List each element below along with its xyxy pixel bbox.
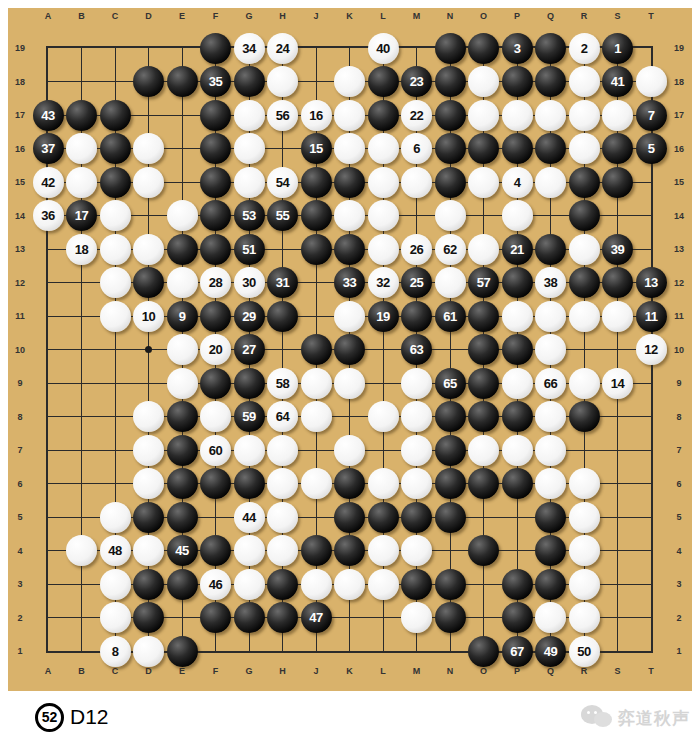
- stone-G14: 53: [234, 200, 265, 231]
- stone-H18: [267, 66, 298, 97]
- stone-M17: 22: [401, 100, 432, 131]
- stone-J9: [301, 368, 332, 399]
- stone-E3: [167, 569, 198, 600]
- stone-P7: [502, 435, 533, 466]
- stone-D13: [133, 234, 164, 265]
- column-label-bottom: M: [406, 666, 428, 676]
- stone-D1: [133, 636, 164, 667]
- hoshi-dot: [145, 346, 152, 353]
- stone-R18: [569, 66, 600, 97]
- stone-Q10: [535, 334, 566, 365]
- column-label-top: O: [473, 11, 495, 21]
- stone-H17: 56: [267, 100, 298, 131]
- stone-H5: [267, 502, 298, 533]
- stone-D7: [133, 435, 164, 466]
- stone-R5: [569, 502, 600, 533]
- stone-F9: [200, 368, 231, 399]
- stone-J6: [301, 468, 332, 499]
- row-label-right: 5: [671, 512, 687, 522]
- stone-M3: [401, 569, 432, 600]
- row-label-left: 12: [12, 278, 28, 288]
- stone-L16: [368, 133, 399, 164]
- stone-C12: [100, 267, 131, 298]
- caption-move-number: 52: [42, 709, 58, 725]
- row-label-right: 7: [671, 445, 687, 455]
- stone-G18: [234, 66, 265, 97]
- stone-P3: [502, 569, 533, 600]
- column-label-top: B: [71, 11, 93, 21]
- stone-F3: 46: [200, 569, 231, 600]
- stone-G11: 29: [234, 301, 265, 332]
- stone-D2: [133, 602, 164, 633]
- stone-O6: [468, 468, 499, 499]
- stone-M10: 63: [401, 334, 432, 365]
- row-label-left: 16: [12, 144, 28, 154]
- stone-E10: [167, 334, 198, 365]
- stone-E11: 9: [167, 301, 198, 332]
- stone-N6: [435, 468, 466, 499]
- column-label-bottom: P: [506, 666, 528, 676]
- stone-N7: [435, 435, 466, 466]
- stone-L19: 40: [368, 33, 399, 64]
- column-label-bottom: C: [104, 666, 126, 676]
- stone-C14: [100, 200, 131, 231]
- row-label-right: 16: [671, 144, 687, 154]
- stone-O18: [468, 66, 499, 97]
- stone-P17: [502, 100, 533, 131]
- stone-O11: [468, 301, 499, 332]
- stone-K7: [334, 435, 365, 466]
- stone-E12: [167, 267, 198, 298]
- row-label-left: 10: [12, 345, 28, 355]
- stone-M7: [401, 435, 432, 466]
- stone-J15: [301, 167, 332, 198]
- stone-Q18: [535, 66, 566, 97]
- stone-T16: 5: [636, 133, 667, 164]
- stone-M2: [401, 602, 432, 633]
- stone-D12: [133, 267, 164, 298]
- stone-S15: [602, 167, 633, 198]
- stone-L13: [368, 234, 399, 265]
- stone-T10: 12: [636, 334, 667, 365]
- stone-N12: [435, 267, 466, 298]
- stone-H14: 55: [267, 200, 298, 231]
- column-label-top: A: [37, 11, 59, 21]
- stone-F10: 20: [200, 334, 231, 365]
- stone-F4: [200, 535, 231, 566]
- stone-Q12: 38: [535, 267, 566, 298]
- stone-R19: 2: [569, 33, 600, 64]
- row-label-left: 4: [12, 546, 28, 556]
- stone-H2: [267, 602, 298, 633]
- stone-S12: [602, 267, 633, 298]
- stone-A16: 37: [33, 133, 64, 164]
- stone-G16: [234, 133, 265, 164]
- stone-R4: [569, 535, 600, 566]
- row-label-right: 11: [671, 311, 687, 321]
- stone-Q4: [535, 535, 566, 566]
- stone-P12: [502, 267, 533, 298]
- stone-L6: [368, 468, 399, 499]
- stone-H12: 31: [267, 267, 298, 298]
- stone-P14: [502, 200, 533, 231]
- stone-L11: 19: [368, 301, 399, 332]
- stone-G6: [234, 468, 265, 499]
- stone-S13: 39: [602, 234, 633, 265]
- column-label-bottom: D: [138, 666, 160, 676]
- stone-J8: [301, 401, 332, 432]
- row-label-left: 5: [12, 512, 28, 522]
- stone-H3: [267, 569, 298, 600]
- stone-P11: [502, 301, 533, 332]
- stone-G4: [234, 535, 265, 566]
- stone-R17: [569, 100, 600, 131]
- stone-P13: 21: [502, 234, 533, 265]
- column-label-bottom: O: [473, 666, 495, 676]
- row-label-right: 13: [671, 244, 687, 254]
- column-label-bottom: F: [205, 666, 227, 676]
- stone-D15: [133, 167, 164, 198]
- row-label-right: 9: [671, 378, 687, 388]
- column-label-bottom: B: [71, 666, 93, 676]
- stone-P10: [502, 334, 533, 365]
- stone-K6: [334, 468, 365, 499]
- row-label-left: 15: [12, 177, 28, 187]
- stone-Q3: [535, 569, 566, 600]
- stone-L3: [368, 569, 399, 600]
- stone-F14: [200, 200, 231, 231]
- column-label-bottom: Q: [540, 666, 562, 676]
- stone-Q1: 49: [535, 636, 566, 667]
- stone-N18: [435, 66, 466, 97]
- stone-S18: 41: [602, 66, 633, 97]
- stone-O13: [468, 234, 499, 265]
- stone-M15: [401, 167, 432, 198]
- stone-M13: 26: [401, 234, 432, 265]
- stone-N13: 62: [435, 234, 466, 265]
- stone-N3: [435, 569, 466, 600]
- stone-R16: [569, 133, 600, 164]
- stone-J4: [301, 535, 332, 566]
- stone-O9: [468, 368, 499, 399]
- stone-Q8: [535, 401, 566, 432]
- stone-C13: [100, 234, 131, 265]
- stone-J2: 47: [301, 602, 332, 633]
- stone-Q17: [535, 100, 566, 131]
- stone-O10: [468, 334, 499, 365]
- stone-C17: [100, 100, 131, 131]
- stone-M4: [401, 535, 432, 566]
- row-label-left: 3: [12, 579, 28, 589]
- row-label-right: 18: [671, 77, 687, 87]
- column-label-bottom: R: [573, 666, 595, 676]
- stone-T12: 13: [636, 267, 667, 298]
- stone-P16: [502, 133, 533, 164]
- row-label-right: 17: [671, 110, 687, 120]
- row-label-right: 10: [671, 345, 687, 355]
- stone-Q13: [535, 234, 566, 265]
- stone-D18: [133, 66, 164, 97]
- stone-K11: [334, 301, 365, 332]
- stone-H15: 54: [267, 167, 298, 198]
- stone-G15: [234, 167, 265, 198]
- stone-G13: 51: [234, 234, 265, 265]
- stone-B13: 18: [66, 234, 97, 265]
- stone-K10: [334, 334, 365, 365]
- stone-S16: [602, 133, 633, 164]
- column-label-top: L: [372, 11, 394, 21]
- stone-G8: 59: [234, 401, 265, 432]
- wechat-icon: [581, 703, 615, 733]
- stone-M5: [401, 502, 432, 533]
- row-label-left: 6: [12, 479, 28, 489]
- stone-R3: [569, 569, 600, 600]
- stone-R11: [569, 301, 600, 332]
- stone-C15: [100, 167, 131, 198]
- stone-K9: [334, 368, 365, 399]
- stone-G5: 44: [234, 502, 265, 533]
- stone-G9: [234, 368, 265, 399]
- stone-J13: [301, 234, 332, 265]
- stone-G10: 27: [234, 334, 265, 365]
- column-label-bottom: N: [439, 666, 461, 676]
- stone-R9: [569, 368, 600, 399]
- stone-D11: 10: [133, 301, 164, 332]
- row-label-left: 19: [12, 43, 28, 53]
- column-label-top: M: [406, 11, 428, 21]
- row-label-right: 6: [671, 479, 687, 489]
- stone-G3: [234, 569, 265, 600]
- stone-O15: [468, 167, 499, 198]
- stone-M12: 25: [401, 267, 432, 298]
- stone-F6: [200, 468, 231, 499]
- stone-J14: [301, 200, 332, 231]
- row-label-right: 19: [671, 43, 687, 53]
- stone-S19: 1: [602, 33, 633, 64]
- stone-F12: 28: [200, 267, 231, 298]
- stone-Q9: 66: [535, 368, 566, 399]
- stone-K5: [334, 502, 365, 533]
- row-label-right: 14: [671, 211, 687, 221]
- stone-D8: [133, 401, 164, 432]
- stone-K13: [334, 234, 365, 265]
- column-label-bottom: J: [305, 666, 327, 676]
- column-label-top: G: [238, 11, 260, 21]
- row-label-right: 3: [671, 579, 687, 589]
- stone-K12: 33: [334, 267, 365, 298]
- stone-Q16: [535, 133, 566, 164]
- stone-O4: [468, 535, 499, 566]
- stone-R12: [569, 267, 600, 298]
- stone-O1: [468, 636, 499, 667]
- row-label-right: 12: [671, 278, 687, 288]
- column-label-bottom: K: [339, 666, 361, 676]
- stone-F19: [200, 33, 231, 64]
- stone-P8: [502, 401, 533, 432]
- stone-O16: [468, 133, 499, 164]
- stone-K3: [334, 569, 365, 600]
- stone-N19: [435, 33, 466, 64]
- stone-K16: [334, 133, 365, 164]
- stone-N8: [435, 401, 466, 432]
- stone-M6: [401, 468, 432, 499]
- stone-D16: [133, 133, 164, 164]
- stone-C5: [100, 502, 131, 533]
- column-label-top: T: [640, 11, 662, 21]
- column-label-top: J: [305, 11, 327, 21]
- stone-M11: [401, 301, 432, 332]
- stone-L5: [368, 502, 399, 533]
- stone-F17: [200, 100, 231, 131]
- stone-A15: 42: [33, 167, 64, 198]
- stone-R2: [569, 602, 600, 633]
- stone-O19: [468, 33, 499, 64]
- stone-P6: [502, 468, 533, 499]
- stone-D6: [133, 468, 164, 499]
- stone-R1: 50: [569, 636, 600, 667]
- stone-P2: [502, 602, 533, 633]
- stone-L14: [368, 200, 399, 231]
- stone-Q7: [535, 435, 566, 466]
- stone-A14: 36: [33, 200, 64, 231]
- stone-K17: [334, 100, 365, 131]
- column-label-top: E: [171, 11, 193, 21]
- column-label-top: C: [104, 11, 126, 21]
- stone-M9: [401, 368, 432, 399]
- move-caption: 52 D12: [35, 701, 109, 733]
- stone-C3: [100, 569, 131, 600]
- stone-O8: [468, 401, 499, 432]
- row-label-left: 2: [12, 613, 28, 623]
- column-label-top: S: [607, 11, 629, 21]
- row-label-left: 8: [12, 412, 28, 422]
- stone-P19: 3: [502, 33, 533, 64]
- stone-P9: [502, 368, 533, 399]
- stone-M16: 6: [401, 133, 432, 164]
- stone-C16: [100, 133, 131, 164]
- stone-R13: [569, 234, 600, 265]
- stone-N15: [435, 167, 466, 198]
- stone-B15: [66, 167, 97, 198]
- stone-H19: 24: [267, 33, 298, 64]
- stone-N11: 61: [435, 301, 466, 332]
- stone-Q11: [535, 301, 566, 332]
- stone-J10: [301, 334, 332, 365]
- stone-Q19: [535, 33, 566, 64]
- stone-Q6: [535, 468, 566, 499]
- stone-N5: [435, 502, 466, 533]
- row-label-left: 7: [12, 445, 28, 455]
- stone-E9: [167, 368, 198, 399]
- stone-S9: 14: [602, 368, 633, 399]
- stone-G7: [234, 435, 265, 466]
- stone-C1: 8: [100, 636, 131, 667]
- column-label-bottom: T: [640, 666, 662, 676]
- column-label-top: N: [439, 11, 461, 21]
- stone-A17: 43: [33, 100, 64, 131]
- stone-E5: [167, 502, 198, 533]
- stone-K14: [334, 200, 365, 231]
- stone-R15: [569, 167, 600, 198]
- column-label-bottom: L: [372, 666, 394, 676]
- row-label-left: 13: [12, 244, 28, 254]
- stone-T18: [636, 66, 667, 97]
- stone-B17: [66, 100, 97, 131]
- stone-C4: 48: [100, 535, 131, 566]
- column-label-bottom: G: [238, 666, 260, 676]
- stone-L12: 32: [368, 267, 399, 298]
- stone-B14: 17: [66, 200, 97, 231]
- stone-E7: [167, 435, 198, 466]
- stone-K18: [334, 66, 365, 97]
- stone-E14: [167, 200, 198, 231]
- stone-G17: [234, 100, 265, 131]
- stone-F8: [200, 401, 231, 432]
- stone-F11: [200, 301, 231, 332]
- column-label-top: R: [573, 11, 595, 21]
- stone-L8: [368, 401, 399, 432]
- stone-O12: 57: [468, 267, 499, 298]
- stone-C11: [100, 301, 131, 332]
- stone-D5: [133, 502, 164, 533]
- stone-H8: 64: [267, 401, 298, 432]
- stone-M8: [401, 401, 432, 432]
- stone-S17: [602, 100, 633, 131]
- stone-F13: [200, 234, 231, 265]
- stone-F7: 60: [200, 435, 231, 466]
- stone-H11: [267, 301, 298, 332]
- stone-Q2: [535, 602, 566, 633]
- caption-coordinate: D12: [70, 705, 109, 729]
- stone-O17: [468, 100, 499, 131]
- stone-F18: 35: [200, 66, 231, 97]
- stone-F16: [200, 133, 231, 164]
- stone-C2: [100, 602, 131, 633]
- stone-L15: [368, 167, 399, 198]
- stone-P15: 4: [502, 167, 533, 198]
- stone-R8: [569, 401, 600, 432]
- stone-B4: [66, 535, 97, 566]
- stone-D4: [133, 535, 164, 566]
- column-label-top: D: [138, 11, 160, 21]
- stone-P18: [502, 66, 533, 97]
- stone-N16: [435, 133, 466, 164]
- stone-S11: [602, 301, 633, 332]
- row-label-left: 9: [12, 378, 28, 388]
- row-label-left: 18: [12, 77, 28, 87]
- stone-T11: 11: [636, 301, 667, 332]
- stone-M18: 23: [401, 66, 432, 97]
- stone-K15: [334, 167, 365, 198]
- stone-O7: [468, 435, 499, 466]
- go-board: AABBCCDDEEFFGGHHJJKKLLMMNNOOPPQQRRSSTT19…: [8, 8, 692, 691]
- column-label-bottom: H: [272, 666, 294, 676]
- row-label-left: 1: [12, 646, 28, 656]
- stone-B16: [66, 133, 97, 164]
- stone-G19: 34: [234, 33, 265, 64]
- column-label-top: K: [339, 11, 361, 21]
- stone-H9: 58: [267, 368, 298, 399]
- column-label-bottom: E: [171, 666, 193, 676]
- stone-F2: [200, 602, 231, 633]
- row-label-left: 17: [12, 110, 28, 120]
- row-label-right: 8: [671, 412, 687, 422]
- column-label-bottom: A: [37, 666, 59, 676]
- stone-E1: [167, 636, 198, 667]
- stone-R14: [569, 200, 600, 231]
- stone-H4: [267, 535, 298, 566]
- stone-R6: [569, 468, 600, 499]
